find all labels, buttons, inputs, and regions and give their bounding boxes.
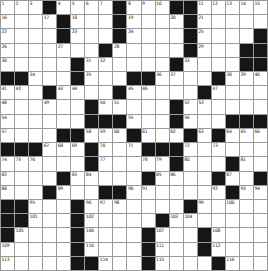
grid-cell[interactable]: 22 xyxy=(1,29,14,42)
grid-cell[interactable] xyxy=(57,72,70,85)
grid-cell[interactable]: 65 xyxy=(240,129,253,142)
grid-cell[interactable] xyxy=(142,200,155,213)
grid-cell[interactable]: 46 xyxy=(142,86,155,99)
grid-cell[interactable] xyxy=(240,86,253,99)
grid-cell[interactable] xyxy=(240,172,253,185)
grid-cell[interactable] xyxy=(127,44,140,57)
grid-cell[interactable]: 85 xyxy=(156,172,169,185)
grid-cell[interactable] xyxy=(127,58,140,71)
grid-cell[interactable] xyxy=(43,214,56,227)
grid-cell[interactable] xyxy=(15,257,28,270)
grid-cell[interactable]: 33 xyxy=(184,58,197,71)
grid-cell[interactable] xyxy=(226,44,239,57)
grid-cell[interactable] xyxy=(212,200,225,213)
grid-cell[interactable]: 18 xyxy=(71,15,84,28)
grid-cell[interactable] xyxy=(29,15,42,28)
grid-cell[interactable] xyxy=(29,58,42,71)
grid-cell[interactable]: 13 xyxy=(226,1,239,14)
grid-cell[interactable] xyxy=(29,228,42,241)
grid-cell[interactable]: 21 xyxy=(198,15,211,28)
grid-cell[interactable] xyxy=(57,243,70,256)
grid-cell[interactable]: 47 xyxy=(212,86,225,99)
grid-cell[interactable] xyxy=(15,58,28,71)
cell-number: 9 xyxy=(142,1,145,6)
grid-cell[interactable]: 67 xyxy=(43,143,56,156)
grid-cell[interactable] xyxy=(15,172,28,185)
grid-cell[interactable] xyxy=(43,157,56,170)
cell-number: 5 xyxy=(72,1,75,6)
grid-cell[interactable] xyxy=(85,29,98,42)
grid-cell[interactable] xyxy=(99,29,112,42)
grid-cell[interactable]: 12 xyxy=(212,1,225,14)
grid-cell[interactable] xyxy=(198,214,211,227)
grid-cell[interactable] xyxy=(212,115,225,128)
grid-cell[interactable] xyxy=(254,228,267,241)
grid-cell[interactable] xyxy=(142,115,155,128)
grid-cell[interactable]: 80 xyxy=(184,157,197,170)
grid-cell[interactable] xyxy=(71,186,84,199)
grid-cell[interactable]: 63 xyxy=(198,129,211,142)
grid-cell[interactable]: 58 xyxy=(85,129,98,142)
grid-cell[interactable] xyxy=(15,44,28,57)
grid-cell[interactable]: 108 xyxy=(212,228,225,241)
grid-cell[interactable] xyxy=(113,172,126,185)
grid-cell[interactable] xyxy=(198,58,211,71)
grid-cell[interactable] xyxy=(57,58,70,71)
grid-cell[interactable] xyxy=(226,86,239,99)
grid-cell[interactable]: 70 xyxy=(99,143,112,156)
grid-cell[interactable]: 96 xyxy=(85,200,98,213)
black-cell xyxy=(113,186,126,199)
grid-cell[interactable] xyxy=(254,86,267,99)
grid-cell[interactable] xyxy=(15,15,28,28)
grid-cell[interactable]: 86 xyxy=(170,172,183,185)
grid-cell[interactable] xyxy=(43,58,56,71)
grid-cell[interactable]: 24 xyxy=(127,29,140,42)
grid-cell[interactable]: 68 xyxy=(57,143,70,156)
grid-cell[interactable]: 91 xyxy=(142,186,155,199)
grid-cell[interactable]: 20 xyxy=(170,15,183,28)
grid-cell[interactable]: 82 xyxy=(1,172,14,185)
grid-cell[interactable]: 6 xyxy=(85,1,98,14)
grid-cell[interactable]: 109 xyxy=(1,243,14,256)
grid-cell[interactable]: 92 xyxy=(212,186,225,199)
grid-cell[interactable]: 103 xyxy=(170,214,183,227)
grid-cell[interactable] xyxy=(99,86,112,99)
grid-cell[interactable] xyxy=(170,44,183,57)
grid-cell[interactable] xyxy=(142,58,155,71)
grid-cell[interactable] xyxy=(71,100,84,113)
grid-cell[interactable] xyxy=(142,44,155,57)
grid-cell[interactable]: 64 xyxy=(226,129,239,142)
grid-cell[interactable] xyxy=(43,129,56,142)
grid-cell[interactable]: 102 xyxy=(85,214,98,227)
grid-cell[interactable]: 93 xyxy=(240,186,253,199)
grid-cell[interactable] xyxy=(212,44,225,57)
grid-cell[interactable] xyxy=(29,29,42,42)
grid-cell[interactable] xyxy=(254,243,267,256)
grid-cell[interactable]: 106 xyxy=(85,228,98,241)
grid-cell[interactable] xyxy=(156,129,169,142)
grid-cell[interactable]: 114 xyxy=(99,257,112,270)
grid-cell[interactable]: 19 xyxy=(127,15,140,28)
grid-cell[interactable]: 43 xyxy=(57,86,70,99)
grid-cell[interactable] xyxy=(184,86,197,99)
grid-cell[interactable] xyxy=(142,100,155,113)
grid-cell[interactable] xyxy=(226,58,239,71)
grid-cell[interactable] xyxy=(71,157,84,170)
grid-cell[interactable] xyxy=(29,115,42,128)
grid-cell[interactable] xyxy=(127,214,140,227)
grid-cell[interactable]: 3 xyxy=(29,1,42,14)
grid-cell[interactable] xyxy=(43,243,56,256)
grid-cell[interactable] xyxy=(127,228,140,241)
grid-cell[interactable]: 76 xyxy=(29,157,42,170)
grid-cell[interactable]: 48 xyxy=(1,100,14,113)
grid-cell[interactable]: 53 xyxy=(198,100,211,113)
grid-cell[interactable]: 41 xyxy=(1,86,14,99)
grid-cell[interactable] xyxy=(198,157,211,170)
grid-cell[interactable]: 30 xyxy=(1,58,14,71)
grid-cell[interactable] xyxy=(29,257,42,270)
grid-cell[interactable] xyxy=(156,15,169,28)
grid-cell[interactable] xyxy=(99,214,112,227)
grid-cell[interactable] xyxy=(127,157,140,170)
grid-cell[interactable] xyxy=(43,72,56,85)
grid-cell[interactable] xyxy=(85,44,98,57)
grid-cell[interactable] xyxy=(127,100,140,113)
grid-cell[interactable] xyxy=(99,72,112,85)
grid-cell[interactable]: 9 xyxy=(142,1,155,14)
grid-cell[interactable]: 90 xyxy=(127,186,140,199)
grid-cell[interactable]: 112 xyxy=(212,243,225,256)
grid-cell[interactable] xyxy=(57,214,70,227)
grid-cell[interactable]: 10 xyxy=(156,1,169,14)
grid-cell[interactable] xyxy=(240,100,253,113)
grid-cell[interactable]: 88 xyxy=(1,186,14,199)
grid-cell[interactable]: 99 xyxy=(198,200,211,213)
grid-cell[interactable] xyxy=(43,115,56,128)
grid-cell[interactable]: 16 xyxy=(1,15,14,28)
grid-cell[interactable]: 38 xyxy=(226,72,239,85)
grid-cell[interactable]: 29 xyxy=(198,44,211,57)
grid-cell[interactable] xyxy=(156,200,169,213)
grid-cell[interactable]: 71 xyxy=(127,143,140,156)
grid-cell[interactable] xyxy=(240,200,253,213)
grid-cell[interactable] xyxy=(240,257,253,270)
grid-cell[interactable] xyxy=(29,86,42,99)
grid-cell[interactable] xyxy=(156,115,169,128)
grid-cell[interactable] xyxy=(226,15,239,28)
grid-cell[interactable] xyxy=(29,172,42,185)
grid-cell[interactable]: 79 xyxy=(156,157,169,170)
grid-cell[interactable] xyxy=(226,29,239,42)
grid-cell[interactable]: 14 xyxy=(240,1,253,14)
grid-cell[interactable] xyxy=(170,243,183,256)
grid-cell[interactable]: 56 xyxy=(184,115,197,128)
grid-cell[interactable] xyxy=(43,257,56,270)
black-cell xyxy=(142,172,155,185)
grid-cell[interactable] xyxy=(15,29,28,42)
grid-cell[interactable] xyxy=(127,200,140,213)
grid-cell[interactable] xyxy=(184,243,197,256)
grid-cell[interactable]: 36 xyxy=(156,72,169,85)
grid-cell[interactable]: 94 xyxy=(254,186,267,199)
grid-cell[interactable] xyxy=(113,243,126,256)
grid-cell[interactable]: 83 xyxy=(71,172,84,185)
grid-cell[interactable]: 75 xyxy=(15,157,28,170)
grid-cell[interactable]: 37 xyxy=(170,72,183,85)
grid-cell[interactable]: 72 xyxy=(184,143,197,156)
grid-cell[interactable] xyxy=(240,15,253,28)
grid-cell[interactable] xyxy=(254,257,267,270)
grid-cell[interactable]: 104 xyxy=(184,214,197,227)
grid-cell[interactable] xyxy=(184,172,197,185)
grid-cell[interactable]: 60 xyxy=(113,129,126,142)
grid-cell[interactable]: 116 xyxy=(226,257,239,270)
grid-cell[interactable]: 111 xyxy=(156,243,169,256)
grid-cell[interactable] xyxy=(85,86,98,99)
grid-cell[interactable] xyxy=(29,100,42,113)
grid-cell[interactable] xyxy=(15,100,28,113)
cell-number: 103 xyxy=(170,214,178,219)
cell-number: 92 xyxy=(212,186,217,191)
grid-cell[interactable] xyxy=(43,44,56,57)
cell-number: 93 xyxy=(240,186,245,191)
grid-cell[interactable] xyxy=(57,257,70,270)
grid-cell[interactable] xyxy=(142,29,155,42)
grid-cell[interactable]: 27 xyxy=(57,44,70,57)
grid-cell[interactable] xyxy=(71,115,84,128)
grid-cell[interactable] xyxy=(113,228,126,241)
grid-cell[interactable] xyxy=(184,72,197,85)
grid-cell[interactable] xyxy=(113,257,126,270)
grid-cell[interactable]: 28 xyxy=(113,44,126,57)
grid-cell[interactable] xyxy=(85,15,98,28)
grid-cell[interactable] xyxy=(198,72,211,85)
grid-cell[interactable] xyxy=(226,100,239,113)
grid-cell[interactable] xyxy=(198,143,211,156)
grid-cell[interactable] xyxy=(254,143,267,156)
grid-cell[interactable] xyxy=(142,15,155,28)
black-cell xyxy=(113,1,126,14)
grid-cell[interactable] xyxy=(156,29,169,42)
grid-cell[interactable]: 74 xyxy=(1,157,14,170)
grid-cell[interactable]: 97 xyxy=(99,200,112,213)
cell-number: 110 xyxy=(86,243,94,248)
grid-cell[interactable] xyxy=(198,115,211,128)
grid-cell[interactable]: 55 xyxy=(127,115,140,128)
grid-cell[interactable] xyxy=(212,157,225,170)
crossword-board: 1234567891011121314151617181920212223242… xyxy=(0,0,268,271)
grid-cell[interactable]: 78 xyxy=(142,157,155,170)
grid-cell[interactable] xyxy=(156,100,169,113)
grid-cell[interactable]: 95 xyxy=(29,200,42,213)
grid-cell[interactable] xyxy=(254,15,267,28)
grid-cell[interactable]: 113 xyxy=(1,257,14,270)
grid-cell[interactable] xyxy=(113,157,126,170)
grid-cell[interactable] xyxy=(99,243,112,256)
grid-cell[interactable] xyxy=(212,214,225,227)
grid-cell[interactable] xyxy=(15,186,28,199)
grid-cell[interactable]: 110 xyxy=(85,243,98,256)
grid-cell[interactable] xyxy=(184,257,197,270)
black-cell xyxy=(57,15,70,28)
grid-cell[interactable]: 50 xyxy=(99,100,112,113)
black-cell xyxy=(142,72,155,85)
grid-cell[interactable] xyxy=(170,200,183,213)
cell-number: 97 xyxy=(100,200,105,205)
grid-cell[interactable]: 81 xyxy=(240,157,253,170)
cell-number: 7 xyxy=(100,1,103,6)
grid-cell[interactable]: 69 xyxy=(71,143,84,156)
grid-cell[interactable]: 98 xyxy=(113,200,126,213)
grid-cell[interactable]: 15 xyxy=(254,1,267,14)
grid-cell[interactable] xyxy=(240,243,253,256)
grid-cell[interactable]: 1 xyxy=(1,1,14,14)
grid-cell[interactable]: 107 xyxy=(156,228,169,241)
grid-cell[interactable] xyxy=(226,214,239,227)
grid-cell[interactable] xyxy=(170,29,183,42)
grid-cell[interactable] xyxy=(113,58,126,71)
grid-cell[interactable] xyxy=(240,143,253,156)
grid-cell[interactable] xyxy=(15,115,28,128)
grid-cell[interactable] xyxy=(57,228,70,241)
grid-cell[interactable] xyxy=(99,172,112,185)
grid-cell[interactable] xyxy=(170,257,183,270)
grid-cell[interactable]: 17 xyxy=(43,15,56,28)
grid-cell[interactable]: 73 xyxy=(212,143,225,156)
grid-cell[interactable] xyxy=(226,143,239,156)
grid-cell[interactable]: 89 xyxy=(57,186,70,199)
grid-cell[interactable] xyxy=(142,214,155,227)
grid-cell[interactable] xyxy=(57,200,70,213)
grid-cell[interactable] xyxy=(254,200,267,213)
grid-cell[interactable] xyxy=(99,15,112,28)
grid-cell[interactable]: 51 xyxy=(113,100,126,113)
grid-cell[interactable]: 44 xyxy=(71,86,84,99)
grid-cell[interactable]: 62 xyxy=(170,129,183,142)
cell-number: 10 xyxy=(156,1,161,6)
grid-cell[interactable]: 45 xyxy=(127,86,140,99)
grid-cell[interactable]: 31 xyxy=(85,58,98,71)
grid-cell[interactable] xyxy=(254,214,267,227)
grid-cell[interactable] xyxy=(29,129,42,142)
grid-cell[interactable] xyxy=(43,172,56,185)
grid-cell[interactable] xyxy=(212,58,225,71)
grid-cell[interactable]: 26 xyxy=(1,44,14,57)
grid-cell[interactable] xyxy=(85,186,98,199)
grid-cell[interactable]: 23 xyxy=(71,29,84,42)
grid-cell[interactable] xyxy=(113,143,126,156)
grid-cell[interactable] xyxy=(254,157,267,170)
grid-cell[interactable] xyxy=(198,186,211,199)
black-cell xyxy=(212,172,225,185)
grid-cell[interactable] xyxy=(198,172,211,185)
grid-cell[interactable]: 77 xyxy=(99,157,112,170)
grid-cell[interactable] xyxy=(170,228,183,241)
grid-cell[interactable]: 57 xyxy=(1,129,14,142)
grid-cell[interactable] xyxy=(71,44,84,57)
grid-cell[interactable] xyxy=(170,86,183,99)
grid-cell[interactable]: 4 xyxy=(57,1,70,14)
grid-cell[interactable]: 39 xyxy=(240,72,253,85)
grid-cell[interactable]: 52 xyxy=(184,100,197,113)
grid-cell[interactable] xyxy=(212,15,225,28)
grid-cell[interactable]: 105 xyxy=(15,228,28,241)
grid-cell[interactable] xyxy=(212,100,225,113)
cell-number: 46 xyxy=(142,86,147,91)
grid-cell[interactable] xyxy=(29,186,42,199)
grid-cell[interactable] xyxy=(43,228,56,241)
grid-cell[interactable] xyxy=(184,186,197,199)
grid-cell[interactable] xyxy=(226,228,239,241)
grid-cell[interactable]: 87 xyxy=(226,172,239,185)
grid-cell[interactable] xyxy=(184,228,197,241)
grid-cell[interactable]: 11 xyxy=(198,1,211,14)
grid-cell[interactable] xyxy=(170,186,183,199)
grid-cell[interactable] xyxy=(156,58,169,71)
grid-cell[interactable]: 115 xyxy=(156,257,169,270)
grid-cell[interactable] xyxy=(29,243,42,256)
grid-cell[interactable] xyxy=(29,44,42,57)
grid-cell[interactable] xyxy=(127,257,140,270)
grid-cell[interactable]: 49 xyxy=(43,100,56,113)
grid-cell[interactable] xyxy=(43,29,56,42)
grid-cell[interactable] xyxy=(57,100,70,113)
grid-cell[interactable] xyxy=(226,243,239,256)
grid-cell[interactable]: 40 xyxy=(254,72,267,85)
grid-cell[interactable] xyxy=(240,29,253,42)
grid-cell[interactable]: 61 xyxy=(142,129,155,142)
grid-cell[interactable]: 5 xyxy=(71,1,84,14)
grid-cell[interactable]: 34 xyxy=(29,72,42,85)
grid-cell[interactable] xyxy=(240,214,253,227)
grid-cell[interactable]: 66 xyxy=(254,129,267,142)
grid-cell[interactable]: 8 xyxy=(127,1,140,14)
grid-cell[interactable]: 100 xyxy=(226,200,239,213)
grid-cell[interactable] xyxy=(57,157,70,170)
grid-cell[interactable] xyxy=(212,29,225,42)
grid-cell[interactable] xyxy=(57,115,70,128)
grid-cell[interactable] xyxy=(113,214,126,227)
grid-cell[interactable]: 25 xyxy=(198,29,211,42)
grid-cell[interactable] xyxy=(156,186,169,199)
grid-cell[interactable] xyxy=(15,243,28,256)
grid-cell[interactable]: 42 xyxy=(15,86,28,99)
grid-cell[interactable] xyxy=(127,172,140,185)
grid-cell[interactable] xyxy=(198,257,211,270)
grid-cell[interactable] xyxy=(254,100,267,113)
grid-cell[interactable]: 54 xyxy=(1,115,14,128)
grid-cell[interactable] xyxy=(156,44,169,57)
cell-number: 2 xyxy=(16,1,19,6)
grid-cell[interactable]: 101 xyxy=(29,214,42,227)
grid-cell[interactable]: 32 xyxy=(99,58,112,71)
grid-cell[interactable] xyxy=(43,200,56,213)
grid-cell[interactable]: 7 xyxy=(99,1,112,14)
grid-cell[interactable] xyxy=(99,228,112,241)
grid-cell[interactable] xyxy=(127,243,140,256)
grid-cell[interactable] xyxy=(240,228,253,241)
grid-cell[interactable] xyxy=(156,86,169,99)
grid-cell[interactable] xyxy=(113,72,126,85)
grid-cell[interactable] xyxy=(15,129,28,142)
grid-cell[interactable]: 59 xyxy=(99,129,112,142)
grid-cell[interactable]: 84 xyxy=(85,172,98,185)
grid-cell[interactable]: 2 xyxy=(15,1,28,14)
grid-cell[interactable]: 35 xyxy=(85,72,98,85)
